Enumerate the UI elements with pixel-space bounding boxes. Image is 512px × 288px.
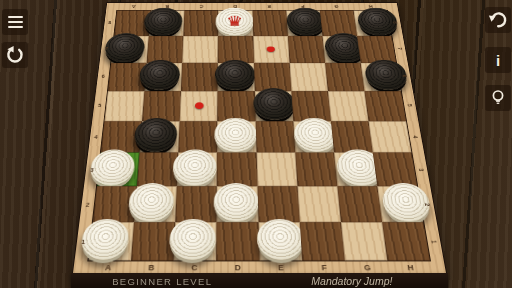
black-piece[interactable] [143, 8, 183, 35]
square-g3[interactable] [334, 153, 377, 187]
file-label-top-d: D [218, 3, 252, 10]
file-label-top-g: G [319, 3, 354, 10]
rank-label-right-7: 7 [381, 45, 419, 53]
square-b4[interactable] [140, 121, 180, 153]
square-c7[interactable] [182, 36, 218, 63]
file-label-top-a: A [116, 3, 151, 10]
square-g2[interactable] [337, 186, 382, 222]
square-b7[interactable] [147, 36, 184, 63]
square-g1[interactable] [341, 222, 387, 260]
white-piece[interactable] [213, 183, 259, 221]
file-label-top-b: B [150, 3, 184, 10]
square-f7[interactable] [288, 36, 325, 63]
white-piece[interactable] [127, 183, 175, 221]
square-c4[interactable] [178, 121, 217, 153]
undo-button[interactable] [485, 7, 511, 33]
square-b5[interactable] [142, 91, 181, 121]
square-e8[interactable] [252, 10, 287, 35]
file-label-e: E [259, 261, 303, 273]
file-label-top-h: H [353, 3, 388, 10]
file-label-top-c: C [184, 3, 218, 10]
square-e1[interactable] [258, 222, 302, 260]
restart-button[interactable] [2, 42, 28, 68]
menu-icon [8, 16, 23, 29]
square-a1[interactable] [88, 222, 134, 260]
rank-label-right-6: 6 [385, 72, 424, 80]
undo-icon [488, 10, 508, 30]
black-piece[interactable] [215, 60, 256, 90]
square-d4[interactable] [217, 121, 256, 153]
square-c1[interactable] [174, 222, 217, 260]
file-label-top-f: F [286, 3, 320, 10]
square-f8[interactable] [286, 10, 322, 35]
square-c6[interactable] [181, 63, 218, 91]
file-labels-top: ABCDEFGH [116, 3, 388, 10]
rank-label-right-4: 4 [395, 132, 437, 141]
square-a5[interactable] [104, 91, 144, 121]
square-b6[interactable] [145, 63, 183, 91]
menu-button[interactable] [2, 9, 28, 35]
file-labels-bottom: ABCDEFGH [86, 261, 433, 273]
square-d1[interactable] [216, 222, 259, 260]
square-d6[interactable] [218, 63, 255, 91]
file-label-a: A [86, 261, 130, 273]
black-piece[interactable] [133, 118, 178, 152]
status-bar: BEGINNER LEVEL Mandatory Jump! [71, 273, 448, 288]
white-piece[interactable] [172, 149, 217, 185]
info-button[interactable]: i [485, 47, 511, 73]
square-d8[interactable]: ♛ [218, 10, 253, 35]
square-e6[interactable] [254, 63, 291, 91]
black-piece[interactable] [138, 60, 180, 90]
rank-label-right-2: 2 [405, 199, 449, 209]
square-f6[interactable] [289, 63, 327, 91]
king-crown-icon: ♛ [226, 14, 243, 28]
info-icon: i [496, 53, 500, 68]
square-g8[interactable] [320, 10, 357, 35]
square-a3[interactable] [97, 153, 140, 187]
level-label: BEGINNER LEVEL [112, 275, 212, 286]
square-d2[interactable] [217, 186, 258, 222]
jump-target-dot[interactable] [195, 103, 203, 109]
rank-label-right-3: 3 [400, 165, 443, 175]
square-g7[interactable] [322, 36, 360, 63]
square-b8[interactable] [149, 10, 185, 35]
square-f1[interactable] [299, 222, 344, 260]
square-e7[interactable] [253, 36, 289, 63]
square-f5[interactable] [291, 91, 331, 121]
square-d5[interactable] [218, 91, 256, 121]
file-label-top-e: E [252, 3, 286, 10]
file-label-f: F [302, 261, 346, 273]
jump-target-dot[interactable] [267, 46, 275, 52]
square-f3[interactable] [295, 153, 337, 187]
black-piece[interactable] [253, 88, 296, 120]
square-c5[interactable] [180, 91, 218, 121]
file-label-h: H [388, 261, 433, 273]
square-c3[interactable] [177, 153, 217, 187]
hint-button[interactable] [485, 85, 511, 111]
square-e4[interactable] [255, 121, 295, 153]
square-g5[interactable] [328, 91, 369, 121]
white-king-piece[interactable]: ♛ [215, 8, 254, 35]
white-piece[interactable] [256, 219, 305, 260]
square-d3[interactable] [217, 153, 257, 187]
rank-label-right-8: 8 [377, 19, 414, 26]
board-grid: ♛ [87, 10, 431, 261]
rank-label-right-5: 5 [390, 101, 430, 110]
checkers-board: ♛ ABCDEFGH ABCDEFGH 87654321 87654321 [73, 3, 446, 273]
square-b2[interactable] [134, 186, 177, 222]
file-label-b: B [129, 261, 173, 273]
white-piece[interactable] [214, 118, 257, 152]
white-piece[interactable] [168, 219, 216, 260]
rank-label-right-1: 1 [411, 236, 457, 247]
square-c8[interactable] [184, 10, 219, 35]
square-c2[interactable] [175, 186, 217, 222]
hint-icon [488, 88, 508, 108]
file-label-d: D [216, 261, 259, 273]
square-d7[interactable] [218, 36, 254, 63]
square-e3[interactable] [256, 153, 297, 187]
file-label-g: G [345, 261, 390, 273]
checkers-app: ♛ ABCDEFGH ABCDEFGH 87654321 87654321 BE… [0, 0, 512, 288]
square-g6[interactable] [325, 63, 364, 91]
square-e5[interactable] [254, 91, 293, 121]
mandatory-jump-message: Mandatory Jump! [311, 275, 392, 287]
square-f2[interactable] [297, 186, 341, 222]
square-g4[interactable] [331, 121, 373, 153]
file-label-c: C [173, 261, 216, 273]
restart-icon [5, 45, 25, 65]
square-f4[interactable] [293, 121, 334, 153]
square-a7[interactable] [111, 36, 149, 63]
square-e2[interactable] [257, 186, 299, 222]
